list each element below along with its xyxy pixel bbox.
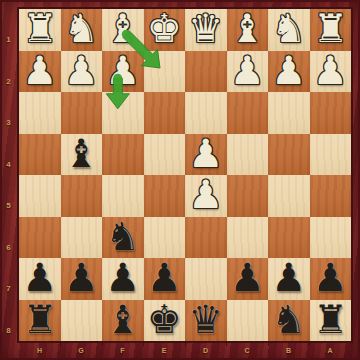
square-g2[interactable]: ♟: [61, 51, 103, 93]
piece-white-pawn[interactable]: ♟: [188, 175, 223, 214]
square-d4[interactable]: ♟: [185, 134, 227, 176]
square-c5[interactable]: [227, 175, 269, 217]
rank-label-5: 5: [0, 199, 17, 212]
square-g4[interactable]: ♝: [61, 134, 103, 176]
file-label-b: B: [268, 345, 310, 357]
square-e4[interactable]: [144, 134, 186, 176]
square-h8[interactable]: ♜: [19, 300, 61, 342]
square-e2[interactable]: [144, 51, 186, 93]
piece-black-pawn[interactable]: ♟: [271, 258, 306, 297]
square-c6[interactable]: [227, 217, 269, 259]
piece-black-rook[interactable]: ♜: [22, 300, 57, 339]
square-h4[interactable]: [19, 134, 61, 176]
piece-white-pawn[interactable]: ♟: [105, 51, 140, 90]
square-f6[interactable]: ♞: [102, 217, 144, 259]
piece-black-queen[interactable]: ♛: [188, 300, 223, 339]
piece-white-pawn[interactable]: ♟: [313, 51, 348, 90]
square-e8[interactable]: ♚: [144, 300, 186, 342]
rank-label-2: 2: [0, 75, 17, 88]
square-a1[interactable]: ♜: [310, 9, 352, 51]
square-e3[interactable]: [144, 92, 186, 134]
piece-black-bishop[interactable]: ♝: [64, 134, 99, 173]
square-h6[interactable]: [19, 217, 61, 259]
piece-black-pawn[interactable]: ♟: [64, 258, 99, 297]
rank-label-4: 4: [0, 158, 17, 171]
file-label-h: H: [19, 345, 61, 357]
border-tick: [60, 342, 61, 346]
square-a5[interactable]: [310, 175, 352, 217]
square-b1[interactable]: ♞: [268, 9, 310, 51]
rank-label-3: 3: [0, 116, 17, 129]
piece-white-rook[interactable]: ♜: [22, 9, 57, 48]
square-g7[interactable]: ♟: [61, 258, 103, 300]
square-c8[interactable]: [227, 300, 269, 342]
square-f4[interactable]: [102, 134, 144, 176]
piece-white-knight[interactable]: ♞: [64, 9, 99, 48]
piece-white-pawn[interactable]: ♟: [22, 51, 57, 90]
piece-white-queen[interactable]: ♛: [188, 9, 223, 48]
square-e7[interactable]: ♟: [144, 258, 186, 300]
square-c4[interactable]: [227, 134, 269, 176]
file-label-a: A: [310, 345, 352, 357]
piece-black-pawn[interactable]: ♟: [313, 258, 348, 297]
square-a8[interactable]: ♜: [310, 300, 352, 342]
file-label-e: E: [144, 345, 186, 357]
square-g1[interactable]: ♞: [61, 9, 103, 51]
square-c3[interactable]: [227, 92, 269, 134]
square-b5[interactable]: [268, 175, 310, 217]
square-a7[interactable]: ♟: [310, 258, 352, 300]
square-a3[interactable]: [310, 92, 352, 134]
square-g8[interactable]: [61, 300, 103, 342]
square-e5[interactable]: [144, 175, 186, 217]
square-a2[interactable]: ♟: [310, 51, 352, 93]
piece-white-bishop[interactable]: ♝: [230, 9, 265, 48]
piece-white-pawn[interactable]: ♟: [230, 51, 265, 90]
square-e6[interactable]: [144, 217, 186, 259]
piece-black-bishop[interactable]: ♝: [105, 300, 140, 339]
square-f1[interactable]: ♝: [102, 9, 144, 51]
square-d7[interactable]: [185, 258, 227, 300]
square-d8[interactable]: ♛: [185, 300, 227, 342]
border-tick: [268, 342, 269, 346]
square-b7[interactable]: ♟: [268, 258, 310, 300]
piece-white-rook[interactable]: ♜: [313, 9, 348, 48]
square-d5[interactable]: ♟: [185, 175, 227, 217]
chess-board: ♜♞♝♚♛♝♞♜♟♟♟♟♟♟♝♟♟♞♟♟♟♟♟♟♟♜♝♚♛♞♜: [19, 9, 351, 341]
square-f5[interactable]: [102, 175, 144, 217]
square-b2[interactable]: ♟: [268, 51, 310, 93]
square-f7[interactable]: ♟: [102, 258, 144, 300]
piece-black-pawn[interactable]: ♟: [105, 258, 140, 297]
piece-white-pawn[interactable]: ♟: [271, 51, 306, 90]
square-g6[interactable]: [61, 217, 103, 259]
square-b8[interactable]: ♞: [268, 300, 310, 342]
rank-label-7: 7: [0, 282, 17, 295]
border-tick: [185, 342, 186, 346]
square-h1[interactable]: ♜: [19, 9, 61, 51]
border-tick: [102, 342, 103, 346]
piece-black-king[interactable]: ♚: [147, 300, 182, 339]
rank-label-6: 6: [0, 241, 17, 254]
rank-label-8: 8: [0, 324, 17, 337]
file-label-f: F: [102, 345, 144, 357]
file-label-g: G: [61, 345, 103, 357]
square-b4[interactable]: [268, 134, 310, 176]
square-c1[interactable]: ♝: [227, 9, 269, 51]
piece-black-knight[interactable]: ♞: [105, 217, 140, 256]
piece-white-pawn[interactable]: ♟: [188, 134, 223, 173]
square-e1[interactable]: ♚: [144, 9, 186, 51]
square-a4[interactable]: [310, 134, 352, 176]
rank-label-1: 1: [0, 33, 17, 46]
square-f3[interactable]: [102, 92, 144, 134]
piece-black-pawn[interactable]: ♟: [147, 258, 182, 297]
square-d1[interactable]: ♛: [185, 9, 227, 51]
piece-black-pawn[interactable]: ♟: [230, 258, 265, 297]
file-label-c: C: [227, 345, 269, 357]
piece-white-king[interactable]: ♚: [147, 9, 182, 48]
square-g3[interactable]: [61, 92, 103, 134]
square-h2[interactable]: ♟: [19, 51, 61, 93]
square-h7[interactable]: ♟: [19, 258, 61, 300]
square-f8[interactable]: ♝: [102, 300, 144, 342]
square-c2[interactable]: ♟: [227, 51, 269, 93]
border-tick: [309, 342, 310, 346]
piece-white-knight[interactable]: ♞: [271, 9, 306, 48]
piece-white-pawn[interactable]: ♟: [64, 51, 99, 90]
square-b6[interactable]: [268, 217, 310, 259]
piece-black-rook[interactable]: ♜: [313, 300, 348, 339]
square-d2[interactable]: [185, 51, 227, 93]
file-label-d: D: [185, 345, 227, 357]
piece-white-bishop[interactable]: ♝: [105, 9, 140, 48]
square-h5[interactable]: [19, 175, 61, 217]
square-c7[interactable]: ♟: [227, 258, 269, 300]
square-d6[interactable]: [185, 217, 227, 259]
border-tick: [143, 342, 144, 346]
square-h3[interactable]: [19, 92, 61, 134]
square-b3[interactable]: [268, 92, 310, 134]
piece-black-knight[interactable]: ♞: [271, 300, 306, 339]
square-a6[interactable]: [310, 217, 352, 259]
square-d3[interactable]: [185, 92, 227, 134]
square-f2[interactable]: ♟: [102, 51, 144, 93]
border-tick: [226, 342, 227, 346]
piece-black-pawn[interactable]: ♟: [22, 258, 57, 297]
square-g5[interactable]: [61, 175, 103, 217]
chess-board-frame: ♜♞♝♚♛♝♞♜♟♟♟♟♟♟♝♟♟♞♟♟♟♟♟♟♟♜♝♚♛♞♜ 12345678…: [0, 0, 360, 360]
